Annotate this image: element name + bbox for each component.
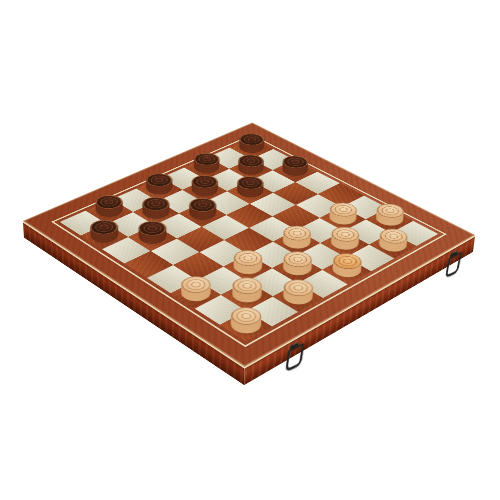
- checkers-board: [23, 123, 475, 367]
- playing-field: [60, 138, 439, 341]
- checker-piece-light: [175, 282, 216, 305]
- checkers-board-photo[interactable]: [0, 0, 500, 500]
- latch-clasp-right: [443, 249, 461, 278]
- latch-clasp-front: [283, 340, 303, 372]
- checker-piece-dark: [91, 202, 129, 222]
- checker-piece-light: [228, 256, 268, 278]
- checker-piece-dark: [232, 183, 269, 202]
- latch-loop: [285, 343, 304, 373]
- checker-piece-light: [277, 286, 318, 310]
- checker-piece-light: [277, 232, 316, 253]
- latch-loop: [445, 252, 462, 279]
- board-top-face: [23, 123, 475, 367]
- board-square: [177, 227, 225, 253]
- checker-piece-dark: [133, 227, 172, 248]
- checker-piece-light: [225, 313, 267, 338]
